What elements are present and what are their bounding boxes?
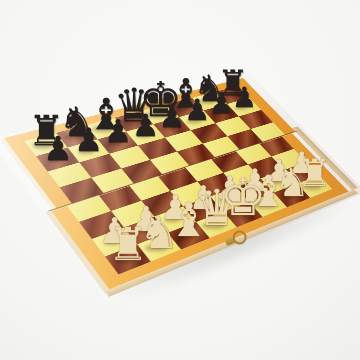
- piece-black-pawn-c7: ♟: [104, 116, 132, 148]
- piece-black-pawn-d7: ♟: [132, 109, 160, 140]
- piece-white-rook-h1: ♜: [298, 156, 332, 194]
- piece-black-pawn-g7: ♟: [208, 90, 234, 119]
- piece-black-pawn-a7: ♟: [43, 132, 73, 165]
- pieces-layer: ♜♞♝♛♚♝♞♜♟♟♟♟♟♟♟♟♟♟♟♟♟♟♟♟♜♞♝♛♚♝♞♜: [0, 0, 360, 360]
- piece-black-pawn-b7: ♟: [74, 124, 103, 156]
- product-photo-scene: ♜♞♝♛♚♝♞♜♟♟♟♟♟♟♟♟♟♟♟♟♟♟♟♟♜♞♝♛♚♝♞♜: [0, 0, 360, 360]
- piece-black-pawn-f7: ♟: [184, 96, 210, 125]
- piece-black-pawn-e7: ♟: [159, 103, 186, 133]
- piece-black-pawn-h7: ♟: [232, 84, 257, 112]
